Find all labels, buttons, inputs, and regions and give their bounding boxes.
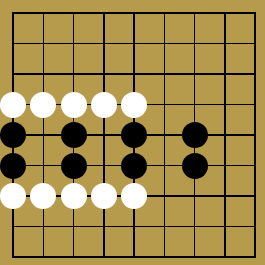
white-stone: [30, 183, 56, 209]
white-stone: [0, 92, 26, 118]
intersection-i1[interactable]: [240, 242, 265, 265]
intersection-b5[interactable]: [28, 120, 58, 151]
intersection-h8[interactable]: [210, 28, 240, 59]
intersection-g3[interactable]: [179, 181, 209, 212]
intersection-d4[interactable]: [89, 150, 119, 181]
intersection-h6[interactable]: [210, 89, 240, 120]
white-stone: [61, 92, 87, 118]
intersection-c1[interactable]: [58, 242, 88, 265]
intersection-a6[interactable]: [0, 89, 28, 120]
black-stone: [61, 153, 87, 179]
intersection-a8[interactable]: [0, 28, 28, 59]
intersection-f2[interactable]: [149, 211, 179, 242]
intersection-g1[interactable]: [179, 242, 209, 265]
intersection-d8[interactable]: [89, 28, 119, 59]
intersection-c9[interactable]: [58, 0, 88, 28]
intersection-a2[interactable]: [0, 211, 28, 242]
black-stone: [182, 153, 208, 179]
intersection-h7[interactable]: [210, 59, 240, 90]
intersection-g9[interactable]: [179, 0, 209, 28]
intersection-f5[interactable]: [149, 120, 179, 151]
intersection-h2[interactable]: [210, 211, 240, 242]
black-stone: [182, 122, 208, 148]
intersection-g7[interactable]: [179, 59, 209, 90]
intersection-i5[interactable]: [240, 120, 265, 151]
intersection-c5[interactable]: [58, 120, 88, 151]
intersection-e6[interactable]: [119, 89, 149, 120]
intersection-f8[interactable]: [149, 28, 179, 59]
intersection-i3[interactable]: [240, 181, 265, 212]
intersection-g5[interactable]: [179, 120, 209, 151]
intersection-c4[interactable]: [58, 150, 88, 181]
intersection-b6[interactable]: [28, 89, 58, 120]
intersection-b2[interactable]: [28, 211, 58, 242]
intersection-g6[interactable]: [179, 89, 209, 120]
intersection-e7[interactable]: [119, 59, 149, 90]
intersection-i8[interactable]: [240, 28, 265, 59]
intersection-h4[interactable]: [210, 150, 240, 181]
intersection-i2[interactable]: [240, 211, 265, 242]
intersection-c2[interactable]: [58, 211, 88, 242]
intersection-e1[interactable]: [119, 242, 149, 265]
intersection-e3[interactable]: [119, 181, 149, 212]
intersection-h5[interactable]: [210, 120, 240, 151]
white-stone: [30, 92, 56, 118]
black-stone: [0, 153, 26, 179]
intersection-f4[interactable]: [149, 150, 179, 181]
intersection-c7[interactable]: [58, 59, 88, 90]
intersection-b7[interactable]: [28, 59, 58, 90]
intersection-a7[interactable]: [0, 59, 28, 90]
white-stone: [91, 92, 117, 118]
intersection-e2[interactable]: [119, 211, 149, 242]
intersection-a5[interactable]: [0, 120, 28, 151]
intersection-f1[interactable]: [149, 242, 179, 265]
intersection-c3[interactable]: [58, 181, 88, 212]
intersection-b4[interactable]: [28, 150, 58, 181]
intersection-i9[interactable]: [240, 0, 265, 28]
intersection-b9[interactable]: [28, 0, 58, 28]
black-stone: [121, 153, 147, 179]
intersection-g4[interactable]: [179, 150, 209, 181]
intersection-h3[interactable]: [210, 181, 240, 212]
intersection-c6[interactable]: [58, 89, 88, 120]
intersection-d1[interactable]: [89, 242, 119, 265]
black-stone: [61, 122, 87, 148]
white-stone: [0, 183, 26, 209]
intersection-i6[interactable]: [240, 89, 265, 120]
intersection-f3[interactable]: [149, 181, 179, 212]
intersection-b3[interactable]: [28, 181, 58, 212]
intersection-a9[interactable]: [0, 0, 28, 28]
intersection-a4[interactable]: [0, 150, 28, 181]
intersection-g8[interactable]: [179, 28, 209, 59]
intersection-i7[interactable]: [240, 59, 265, 90]
intersection-i4[interactable]: [240, 150, 265, 181]
intersection-f7[interactable]: [149, 59, 179, 90]
intersection-d7[interactable]: [89, 59, 119, 90]
intersection-d5[interactable]: [89, 120, 119, 151]
intersection-d2[interactable]: [89, 211, 119, 242]
white-stone: [91, 183, 117, 209]
intersection-d6[interactable]: [89, 89, 119, 120]
intersection-c8[interactable]: [58, 28, 88, 59]
white-stone: [121, 92, 147, 118]
intersection-g2[interactable]: [179, 211, 209, 242]
intersection-d9[interactable]: [89, 0, 119, 28]
intersection-f6[interactable]: [149, 89, 179, 120]
intersection-h9[interactable]: [210, 0, 240, 28]
white-stone: [121, 183, 147, 209]
intersection-h1[interactable]: [210, 242, 240, 265]
white-stone: [61, 183, 87, 209]
intersection-d3[interactable]: [89, 181, 119, 212]
intersection-a1[interactable]: [0, 242, 28, 265]
board-grid: [0, 0, 265, 265]
intersection-a3[interactable]: [0, 181, 28, 212]
intersection-b8[interactable]: [28, 28, 58, 59]
intersection-e5[interactable]: [119, 120, 149, 151]
intersection-e4[interactable]: [119, 150, 149, 181]
intersection-e8[interactable]: [119, 28, 149, 59]
black-stone: [121, 122, 147, 148]
intersection-b1[interactable]: [28, 242, 58, 265]
go-board: [0, 0, 265, 265]
intersection-f9[interactable]: [149, 0, 179, 28]
intersection-e9[interactable]: [119, 0, 149, 28]
black-stone: [0, 122, 26, 148]
